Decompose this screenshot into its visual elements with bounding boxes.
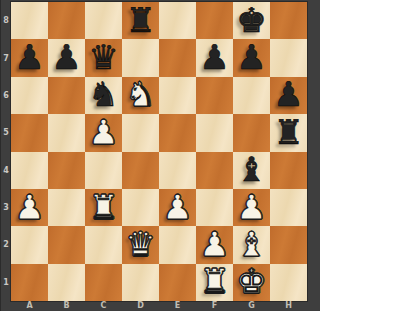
file-label-c: C: [85, 300, 122, 311]
square-g3[interactable]: ♟: [233, 189, 270, 226]
square-h4[interactable]: [270, 152, 307, 189]
square-g2[interactable]: ♝: [233, 226, 270, 263]
square-d5[interactable]: [122, 114, 159, 151]
square-f7[interactable]: ♟: [196, 39, 233, 76]
square-g8[interactable]: ♚: [233, 2, 270, 39]
square-h8[interactable]: [270, 2, 307, 39]
square-e2[interactable]: [159, 226, 196, 263]
square-e4[interactable]: [159, 152, 196, 189]
square-c5[interactable]: ♟: [85, 114, 122, 151]
square-f4[interactable]: [196, 152, 233, 189]
square-c3[interactable]: ♜: [85, 189, 122, 226]
piece-black-queen[interactable]: ♛: [88, 40, 118, 74]
square-d2[interactable]: ♛: [122, 226, 159, 263]
file-label-b: B: [48, 300, 85, 311]
piece-black-rook[interactable]: ♜: [273, 115, 303, 149]
file-label-d: D: [122, 300, 159, 311]
square-d1[interactable]: [122, 264, 159, 301]
piece-white-pawn[interactable]: ♟: [199, 227, 229, 261]
square-e8[interactable]: [159, 2, 196, 39]
file-label-h: H: [270, 300, 307, 311]
square-b1[interactable]: [48, 264, 85, 301]
piece-black-pawn[interactable]: ♟: [199, 40, 229, 74]
square-a5[interactable]: [11, 114, 48, 151]
piece-white-queen[interactable]: ♛: [125, 227, 155, 261]
square-b8[interactable]: [48, 2, 85, 39]
rank-labels: 87654321: [1, 2, 11, 301]
rank-label-3: 3: [1, 189, 11, 226]
square-g6[interactable]: [233, 77, 270, 114]
square-h5[interactable]: ♜: [270, 114, 307, 151]
piece-black-pawn[interactable]: ♟: [236, 40, 266, 74]
square-h7[interactable]: [270, 39, 307, 76]
square-a2[interactable]: [11, 226, 48, 263]
rank-label-4: 4: [1, 152, 11, 189]
square-a8[interactable]: [11, 2, 48, 39]
square-h1[interactable]: [270, 264, 307, 301]
file-label-e: E: [159, 300, 196, 311]
square-e3[interactable]: ♟: [159, 189, 196, 226]
square-c7[interactable]: ♛: [85, 39, 122, 76]
square-f1[interactable]: ♜: [196, 264, 233, 301]
piece-black-knight[interactable]: ♞: [88, 77, 118, 111]
square-f8[interactable]: [196, 2, 233, 39]
square-b2[interactable]: [48, 226, 85, 263]
piece-black-king[interactable]: ♚: [236, 3, 266, 37]
chess-board[interactable]: ♜♚♟♟♛♟♟♞♞♟♟♜♝♟♜♟♟♛♟♝♜♚: [11, 2, 307, 301]
rank-label-6: 6: [1, 77, 11, 114]
square-g1[interactable]: ♚: [233, 264, 270, 301]
piece-black-rook[interactable]: ♜: [125, 3, 155, 37]
square-d3[interactable]: [122, 189, 159, 226]
square-c6[interactable]: ♞: [85, 77, 122, 114]
square-f2[interactable]: ♟: [196, 226, 233, 263]
square-h6[interactable]: ♟: [270, 77, 307, 114]
piece-white-rook[interactable]: ♜: [88, 190, 118, 224]
square-a1[interactable]: [11, 264, 48, 301]
square-c8[interactable]: [85, 2, 122, 39]
piece-black-pawn[interactable]: ♟: [51, 40, 81, 74]
piece-white-king[interactable]: ♚: [236, 264, 266, 298]
square-g5[interactable]: [233, 114, 270, 151]
square-b5[interactable]: [48, 114, 85, 151]
square-e7[interactable]: [159, 39, 196, 76]
piece-black-bishop[interactable]: ♝: [236, 152, 266, 186]
piece-white-bishop[interactable]: ♝: [236, 227, 266, 261]
rank-label-7: 7: [1, 39, 11, 76]
piece-white-pawn[interactable]: ♟: [88, 115, 118, 149]
rank-label-1: 1: [1, 264, 11, 301]
square-c2[interactable]: [85, 226, 122, 263]
square-f6[interactable]: [196, 77, 233, 114]
square-d6[interactable]: ♞: [122, 77, 159, 114]
piece-white-knight[interactable]: ♞: [125, 77, 155, 111]
square-a4[interactable]: [11, 152, 48, 189]
piece-white-pawn[interactable]: ♟: [14, 190, 44, 224]
piece-black-pawn[interactable]: ♟: [273, 77, 303, 111]
rank-label-8: 8: [1, 2, 11, 39]
square-e1[interactable]: [159, 264, 196, 301]
square-d7[interactable]: [122, 39, 159, 76]
rank-label-5: 5: [1, 114, 11, 151]
square-h2[interactable]: [270, 226, 307, 263]
square-b4[interactable]: [48, 152, 85, 189]
square-h3[interactable]: [270, 189, 307, 226]
square-a6[interactable]: [11, 77, 48, 114]
square-g7[interactable]: ♟: [233, 39, 270, 76]
piece-white-pawn[interactable]: ♟: [236, 190, 266, 224]
square-b6[interactable]: [48, 77, 85, 114]
file-labels: ABCDEFGH: [11, 300, 307, 311]
rank-label-2: 2: [1, 226, 11, 263]
file-label-f: F: [196, 300, 233, 311]
piece-white-pawn[interactable]: ♟: [162, 190, 192, 224]
piece-white-rook[interactable]: ♜: [199, 264, 229, 298]
file-label-a: A: [11, 300, 48, 311]
square-d4[interactable]: [122, 152, 159, 189]
file-label-g: G: [233, 300, 270, 311]
piece-black-pawn[interactable]: ♟: [14, 40, 44, 74]
square-e6[interactable]: [159, 77, 196, 114]
square-e5[interactable]: [159, 114, 196, 151]
square-b7[interactable]: ♟: [48, 39, 85, 76]
square-f3[interactable]: [196, 189, 233, 226]
square-a7[interactable]: ♟: [11, 39, 48, 76]
square-c1[interactable]: [85, 264, 122, 301]
square-f5[interactable]: [196, 114, 233, 151]
square-b3[interactable]: [48, 189, 85, 226]
square-a3[interactable]: ♟: [11, 189, 48, 226]
chess-board-widget: 87654321 ♜♚♟♟♛♟♟♞♞♟♟♜♝♟♜♟♟♛♟♝♜♚ ABCDEFGH: [0, 0, 320, 311]
square-d8[interactable]: ♜: [122, 2, 159, 39]
square-c4[interactable]: [85, 152, 122, 189]
square-g4[interactable]: ♝: [233, 152, 270, 189]
